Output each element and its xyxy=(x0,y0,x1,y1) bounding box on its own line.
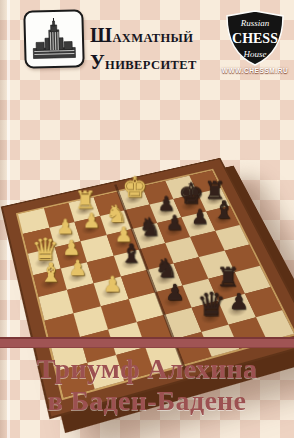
book-cover: Шахматный Университет Russian CHESS Hous… xyxy=(0,0,294,438)
university-building-icon xyxy=(31,17,76,60)
book-title: Триумф Алехина в Баден-Бадене xyxy=(0,353,294,416)
book-title-line2: в Баден-Бадене xyxy=(0,385,294,417)
chess-house-logo: Russian CHESS House xyxy=(224,10,286,66)
chessboard-scene: ♜♚♟♟♞♟♚♜♛♟♟♞♟♟♝♝♟♝♟♞♟♜♛♟ xyxy=(0,60,294,340)
shield-icon: Russian CHESS House xyxy=(224,10,286,66)
square-b4 xyxy=(66,283,100,313)
chess-house-line1: Russian xyxy=(240,18,270,28)
chess-house-line3: House xyxy=(243,49,267,59)
book-title-line1: Триумф Алехина xyxy=(0,353,294,385)
square-a7 xyxy=(23,227,54,253)
title-stripe xyxy=(0,337,294,348)
publisher-name-line1: Шахматный xyxy=(90,22,197,49)
piece-white-rook: ♜ xyxy=(74,188,96,212)
chess-house-line2: CHESS xyxy=(232,31,278,46)
square-a4 xyxy=(39,290,73,320)
square-b3 xyxy=(73,306,108,337)
